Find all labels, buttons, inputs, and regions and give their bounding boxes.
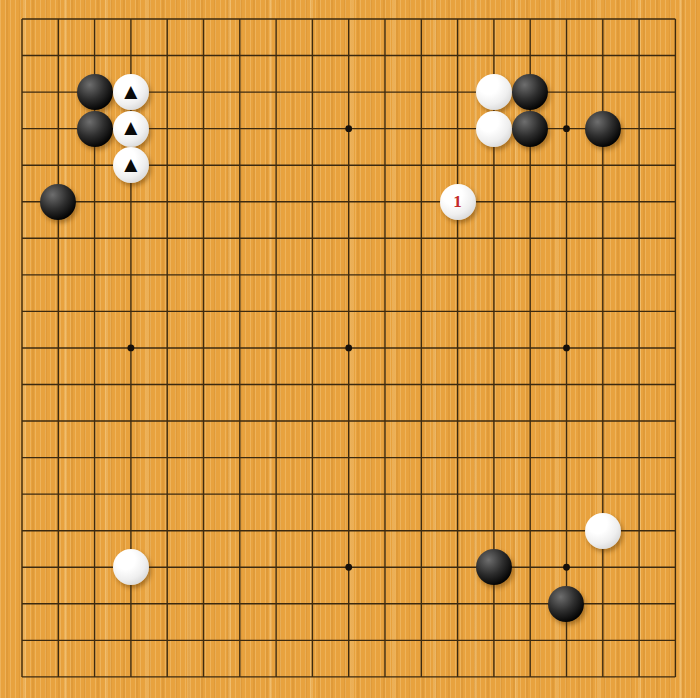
intersection-mp[interactable]: [439, 549, 475, 586]
intersection-sb[interactable]: [657, 37, 693, 74]
intersection-cf[interactable]: [76, 183, 112, 220]
intersection-pr[interactable]: [548, 622, 584, 659]
intersection-cg[interactable]: [76, 220, 112, 257]
intersection-fl[interactable]: [185, 403, 221, 440]
intersection-ei[interactable]: [149, 293, 185, 330]
intersection-mh[interactable]: [439, 257, 475, 294]
intersection-hk[interactable]: [258, 366, 294, 403]
intersection-dk[interactable]: [113, 366, 149, 403]
intersection-nq[interactable]: [476, 585, 512, 622]
intersection-gb[interactable]: [222, 37, 258, 74]
intersection-pl[interactable]: [548, 403, 584, 440]
intersection-ch[interactable]: [76, 257, 112, 294]
intersection-fn[interactable]: [185, 476, 221, 513]
intersection-fc[interactable]: [185, 74, 221, 111]
intersection-ho[interactable]: [258, 512, 294, 549]
intersection-nh[interactable]: [476, 257, 512, 294]
intersection-kl[interactable]: [367, 403, 403, 440]
intersection-ml[interactable]: [439, 403, 475, 440]
intersection-lf[interactable]: [403, 183, 439, 220]
intersection-jh[interactable]: [331, 257, 367, 294]
intersection-dr[interactable]: [113, 622, 149, 659]
intersection-ll[interactable]: [403, 403, 439, 440]
intersection-fg[interactable]: [185, 220, 221, 257]
intersection-og[interactable]: [512, 220, 548, 257]
intersection-rm[interactable]: [621, 439, 657, 476]
intersection-no[interactable]: [476, 512, 512, 549]
intersection-aj[interactable]: [4, 330, 40, 367]
intersection-jp[interactable]: [331, 549, 367, 586]
intersection-pb[interactable]: [548, 37, 584, 74]
intersection-je[interactable]: [331, 147, 367, 184]
intersection-ba[interactable]: [40, 1, 76, 38]
intersection-gp[interactable]: [222, 549, 258, 586]
intersection-mn[interactable]: [439, 476, 475, 513]
intersection-mk[interactable]: [439, 366, 475, 403]
intersection-dp[interactable]: [113, 549, 149, 586]
intersection-cs[interactable]: [76, 659, 112, 696]
intersection-bf[interactable]: [40, 183, 76, 220]
intersection-kr[interactable]: [367, 622, 403, 659]
intersection-dg[interactable]: [113, 220, 149, 257]
intersection-al[interactable]: [4, 403, 40, 440]
intersection-ps[interactable]: [548, 659, 584, 696]
intersection-gl[interactable]: [222, 403, 258, 440]
intersection-ea[interactable]: [149, 1, 185, 38]
intersection-qb[interactable]: [585, 37, 621, 74]
intersection-jg[interactable]: [331, 220, 367, 257]
intersection-fp[interactable]: [185, 549, 221, 586]
intersection-fd[interactable]: [185, 110, 221, 147]
intersection-ok[interactable]: [512, 366, 548, 403]
intersection-jb[interactable]: [331, 37, 367, 74]
intersection-bh[interactable]: [40, 257, 76, 294]
intersection-fi[interactable]: [185, 293, 221, 330]
intersection-rg[interactable]: [621, 220, 657, 257]
intersection-sk[interactable]: [657, 366, 693, 403]
intersection-mf[interactable]: 1: [439, 183, 475, 220]
intersection-bq[interactable]: [40, 585, 76, 622]
intersection-oe[interactable]: [512, 147, 548, 184]
intersection-qj[interactable]: [585, 330, 621, 367]
intersection-ki[interactable]: [367, 293, 403, 330]
intersection-mr[interactable]: [439, 622, 475, 659]
intersection-ld[interactable]: [403, 110, 439, 147]
intersection-kf[interactable]: [367, 183, 403, 220]
intersection-gj[interactable]: [222, 330, 258, 367]
intersection-nr[interactable]: [476, 622, 512, 659]
intersection-ao[interactable]: [4, 512, 40, 549]
intersection-oc[interactable]: [512, 74, 548, 111]
intersection-gm[interactable]: [222, 439, 258, 476]
intersection-qo[interactable]: [585, 512, 621, 549]
intersection-nc[interactable]: [476, 74, 512, 111]
intersection-ej[interactable]: [149, 330, 185, 367]
intersection-kj[interactable]: [367, 330, 403, 367]
intersection-mc[interactable]: [439, 74, 475, 111]
intersection-oa[interactable]: [512, 1, 548, 38]
intersection-qf[interactable]: [585, 183, 621, 220]
intersection-so[interactable]: [657, 512, 693, 549]
intersection-se[interactable]: [657, 147, 693, 184]
intersection-cl[interactable]: [76, 403, 112, 440]
intersection-ed[interactable]: [149, 110, 185, 147]
intersection-ac[interactable]: [4, 74, 40, 111]
intersection-eo[interactable]: [149, 512, 185, 549]
intersection-hb[interactable]: [258, 37, 294, 74]
intersection-oo[interactable]: [512, 512, 548, 549]
intersection-nn[interactable]: [476, 476, 512, 513]
intersection-bj[interactable]: [40, 330, 76, 367]
intersection-sr[interactable]: [657, 622, 693, 659]
intersection-cq[interactable]: [76, 585, 112, 622]
intersection-rd[interactable]: [621, 110, 657, 147]
intersection-hj[interactable]: [258, 330, 294, 367]
intersection-lj[interactable]: [403, 330, 439, 367]
intersection-rs[interactable]: [621, 659, 657, 696]
intersection-bl[interactable]: [40, 403, 76, 440]
intersection-md[interactable]: [439, 110, 475, 147]
intersection-sm[interactable]: [657, 439, 693, 476]
intersection-qg[interactable]: [585, 220, 621, 257]
intersection-ik[interactable]: [294, 366, 330, 403]
intersection-bc[interactable]: [40, 74, 76, 111]
intersection-ij[interactable]: [294, 330, 330, 367]
intersection-cp[interactable]: [76, 549, 112, 586]
intersection-ol[interactable]: [512, 403, 548, 440]
intersection-nk[interactable]: [476, 366, 512, 403]
intersection-lr[interactable]: [403, 622, 439, 659]
intersection-bi[interactable]: [40, 293, 76, 330]
intersection-sd[interactable]: [657, 110, 693, 147]
intersection-rc[interactable]: [621, 74, 657, 111]
intersection-if[interactable]: [294, 183, 330, 220]
intersection-om[interactable]: [512, 439, 548, 476]
intersection-lg[interactable]: [403, 220, 439, 257]
intersection-jk[interactable]: [331, 366, 367, 403]
intersection-sf[interactable]: [657, 183, 693, 220]
intersection-gq[interactable]: [222, 585, 258, 622]
intersection-lb[interactable]: [403, 37, 439, 74]
intersection-ka[interactable]: [367, 1, 403, 38]
intersection-lp[interactable]: [403, 549, 439, 586]
intersection-si[interactable]: [657, 293, 693, 330]
intersection-ep[interactable]: [149, 549, 185, 586]
intersection-qa[interactable]: [585, 1, 621, 38]
intersection-hh[interactable]: [258, 257, 294, 294]
intersection-kc[interactable]: [367, 74, 403, 111]
intersection-pc[interactable]: [548, 74, 584, 111]
intersection-gg[interactable]: [222, 220, 258, 257]
intersection-ap[interactable]: [4, 549, 40, 586]
intersection-jd[interactable]: [331, 110, 367, 147]
intersection-bd[interactable]: [40, 110, 76, 147]
intersection-an[interactable]: [4, 476, 40, 513]
intersection-pf[interactable]: [548, 183, 584, 220]
intersection-es[interactable]: [149, 659, 185, 696]
intersection-ob[interactable]: [512, 37, 548, 74]
intersection-np[interactable]: [476, 549, 512, 586]
intersection-lh[interactable]: [403, 257, 439, 294]
intersection-ph[interactable]: [548, 257, 584, 294]
intersection-ig[interactable]: [294, 220, 330, 257]
intersection-ae[interactable]: [4, 147, 40, 184]
intersection-cc[interactable]: [76, 74, 112, 111]
intersection-jm[interactable]: [331, 439, 367, 476]
intersection-rk[interactable]: [621, 366, 657, 403]
intersection-da[interactable]: [113, 1, 149, 38]
intersection-eq[interactable]: [149, 585, 185, 622]
intersection-bn[interactable]: [40, 476, 76, 513]
intersection-ar[interactable]: [4, 622, 40, 659]
intersection-jl[interactable]: [331, 403, 367, 440]
intersection-rq[interactable]: [621, 585, 657, 622]
intersection-pa[interactable]: [548, 1, 584, 38]
intersection-gd[interactable]: [222, 110, 258, 147]
intersection-fm[interactable]: [185, 439, 221, 476]
intersection-oi[interactable]: [512, 293, 548, 330]
intersection-mm[interactable]: [439, 439, 475, 476]
intersection-er[interactable]: [149, 622, 185, 659]
intersection-rf[interactable]: [621, 183, 657, 220]
intersection-ro[interactable]: [621, 512, 657, 549]
intersection-ir[interactable]: [294, 622, 330, 659]
intersection-pn[interactable]: [548, 476, 584, 513]
intersection-ge[interactable]: [222, 147, 258, 184]
intersection-ql[interactable]: [585, 403, 621, 440]
intersection-ri[interactable]: [621, 293, 657, 330]
intersection-ls[interactable]: [403, 659, 439, 696]
intersection-ck[interactable]: [76, 366, 112, 403]
intersection-dq[interactable]: [113, 585, 149, 622]
intersection-fh[interactable]: [185, 257, 221, 294]
intersection-ln[interactable]: [403, 476, 439, 513]
intersection-ja[interactable]: [331, 1, 367, 38]
intersection-ko[interactable]: [367, 512, 403, 549]
intersection-ji[interactable]: [331, 293, 367, 330]
intersection-nf[interactable]: [476, 183, 512, 220]
intersection-em[interactable]: [149, 439, 185, 476]
intersection-cm[interactable]: [76, 439, 112, 476]
intersection-kn[interactable]: [367, 476, 403, 513]
intersection-ca[interactable]: [76, 1, 112, 38]
intersection-hf[interactable]: [258, 183, 294, 220]
intersection-am[interactable]: [4, 439, 40, 476]
intersection-qi[interactable]: [585, 293, 621, 330]
intersection-qk[interactable]: [585, 366, 621, 403]
intersection-en[interactable]: [149, 476, 185, 513]
intersection-gs[interactable]: [222, 659, 258, 696]
intersection-ia[interactable]: [294, 1, 330, 38]
intersection-ma[interactable]: [439, 1, 475, 38]
intersection-cn[interactable]: [76, 476, 112, 513]
intersection-jq[interactable]: [331, 585, 367, 622]
intersection-nd[interactable]: [476, 110, 512, 147]
intersection-ec[interactable]: [149, 74, 185, 111]
intersection-bs[interactable]: [40, 659, 76, 696]
intersection-ss[interactable]: [657, 659, 693, 696]
intersection-la[interactable]: [403, 1, 439, 38]
intersection-rb[interactable]: [621, 37, 657, 74]
intersection-hl[interactable]: [258, 403, 294, 440]
intersection-dj[interactable]: [113, 330, 149, 367]
intersection-ab[interactable]: [4, 37, 40, 74]
intersection-ic[interactable]: [294, 74, 330, 111]
intersection-qc[interactable]: [585, 74, 621, 111]
intersection-le[interactable]: [403, 147, 439, 184]
intersection-gf[interactable]: [222, 183, 258, 220]
intersection-sp[interactable]: [657, 549, 693, 586]
intersection-od[interactable]: [512, 110, 548, 147]
intersection-hc[interactable]: [258, 74, 294, 111]
intersection-km[interactable]: [367, 439, 403, 476]
intersection-jj[interactable]: [331, 330, 367, 367]
intersection-mq[interactable]: [439, 585, 475, 622]
intersection-sh[interactable]: [657, 257, 693, 294]
intersection-ke[interactable]: [367, 147, 403, 184]
intersection-aa[interactable]: [4, 1, 40, 38]
intersection-il[interactable]: [294, 403, 330, 440]
intersection-oq[interactable]: [512, 585, 548, 622]
intersection-ee[interactable]: [149, 147, 185, 184]
intersection-af[interactable]: [4, 183, 40, 220]
intersection-fr[interactable]: [185, 622, 221, 659]
intersection-nj[interactable]: [476, 330, 512, 367]
intersection-ad[interactable]: [4, 110, 40, 147]
intersection-kp[interactable]: [367, 549, 403, 586]
intersection-js[interactable]: [331, 659, 367, 696]
intersection-ih[interactable]: [294, 257, 330, 294]
intersection-lm[interactable]: [403, 439, 439, 476]
intersection-of[interactable]: [512, 183, 548, 220]
intersection-fj[interactable]: [185, 330, 221, 367]
intersection-cd[interactable]: [76, 110, 112, 147]
intersection-iq[interactable]: [294, 585, 330, 622]
intersection-me[interactable]: [439, 147, 475, 184]
intersection-co[interactable]: [76, 512, 112, 549]
intersection-qd[interactable]: [585, 110, 621, 147]
intersection-io[interactable]: [294, 512, 330, 549]
intersection-eb[interactable]: [149, 37, 185, 74]
intersection-kg[interactable]: [367, 220, 403, 257]
intersection-fs[interactable]: [185, 659, 221, 696]
intersection-eh[interactable]: [149, 257, 185, 294]
intersection-nm[interactable]: [476, 439, 512, 476]
intersection-qs[interactable]: [585, 659, 621, 696]
intersection-hi[interactable]: [258, 293, 294, 330]
intersection-on[interactable]: [512, 476, 548, 513]
intersection-pq[interactable]: [548, 585, 584, 622]
intersection-rn[interactable]: [621, 476, 657, 513]
intersection-mb[interactable]: [439, 37, 475, 74]
intersection-fq[interactable]: [185, 585, 221, 622]
intersection-bp[interactable]: [40, 549, 76, 586]
intersection-bg[interactable]: [40, 220, 76, 257]
intersection-kq[interactable]: [367, 585, 403, 622]
intersection-fo[interactable]: [185, 512, 221, 549]
intersection-id[interactable]: [294, 110, 330, 147]
intersection-in[interactable]: [294, 476, 330, 513]
intersection-ra[interactable]: [621, 1, 657, 38]
intersection-jf[interactable]: [331, 183, 367, 220]
intersection-he[interactable]: [258, 147, 294, 184]
intersection-ns[interactable]: [476, 659, 512, 696]
intersection-op[interactable]: [512, 549, 548, 586]
intersection-df[interactable]: [113, 183, 149, 220]
intersection-sj[interactable]: [657, 330, 693, 367]
intersection-gh[interactable]: [222, 257, 258, 294]
intersection-ds[interactable]: [113, 659, 149, 696]
intersection-oj[interactable]: [512, 330, 548, 367]
intersection-jn[interactable]: [331, 476, 367, 513]
intersection-hq[interactable]: [258, 585, 294, 622]
intersection-aq[interactable]: [4, 585, 40, 622]
intersection-fb[interactable]: [185, 37, 221, 74]
intersection-gn[interactable]: [222, 476, 258, 513]
intersection-ah[interactable]: [4, 257, 40, 294]
intersection-mo[interactable]: [439, 512, 475, 549]
intersection-pm[interactable]: [548, 439, 584, 476]
intersection-mg[interactable]: [439, 220, 475, 257]
intersection-kk[interactable]: [367, 366, 403, 403]
intersection-el[interactable]: [149, 403, 185, 440]
intersection-ie[interactable]: [294, 147, 330, 184]
intersection-di[interactable]: [113, 293, 149, 330]
intersection-li[interactable]: [403, 293, 439, 330]
intersection-gi[interactable]: [222, 293, 258, 330]
intersection-pp[interactable]: [548, 549, 584, 586]
intersection-oh[interactable]: [512, 257, 548, 294]
intersection-hg[interactable]: [258, 220, 294, 257]
intersection-ng[interactable]: [476, 220, 512, 257]
intersection-cr[interactable]: [76, 622, 112, 659]
intersection-sl[interactable]: [657, 403, 693, 440]
intersection-ai[interactable]: [4, 293, 40, 330]
intersection-dh[interactable]: [113, 257, 149, 294]
intersection-go[interactable]: [222, 512, 258, 549]
intersection-gc[interactable]: [222, 74, 258, 111]
intersection-na[interactable]: [476, 1, 512, 38]
intersection-de[interactable]: ▲: [113, 147, 149, 184]
intersection-im[interactable]: [294, 439, 330, 476]
intersection-po[interactable]: [548, 512, 584, 549]
intersection-hr[interactable]: [258, 622, 294, 659]
intersection-pk[interactable]: [548, 366, 584, 403]
intersection-ek[interactable]: [149, 366, 185, 403]
intersection-nb[interactable]: [476, 37, 512, 74]
intersection-sn[interactable]: [657, 476, 693, 513]
intersection-dl[interactable]: [113, 403, 149, 440]
intersection-lo[interactable]: [403, 512, 439, 549]
intersection-fk[interactable]: [185, 366, 221, 403]
intersection-ip[interactable]: [294, 549, 330, 586]
intersection-ag[interactable]: [4, 220, 40, 257]
intersection-cj[interactable]: [76, 330, 112, 367]
intersection-kb[interactable]: [367, 37, 403, 74]
intersection-be[interactable]: [40, 147, 76, 184]
intersection-hn[interactable]: [258, 476, 294, 513]
intersection-ni[interactable]: [476, 293, 512, 330]
intersection-ms[interactable]: [439, 659, 475, 696]
intersection-dc[interactable]: ▲: [113, 74, 149, 111]
intersection-ak[interactable]: [4, 366, 40, 403]
intersection-br[interactable]: [40, 622, 76, 659]
intersection-ha[interactable]: [258, 1, 294, 38]
intersection-or[interactable]: [512, 622, 548, 659]
intersection-jc[interactable]: [331, 74, 367, 111]
intersection-eg[interactable]: [149, 220, 185, 257]
intersection-hm[interactable]: [258, 439, 294, 476]
